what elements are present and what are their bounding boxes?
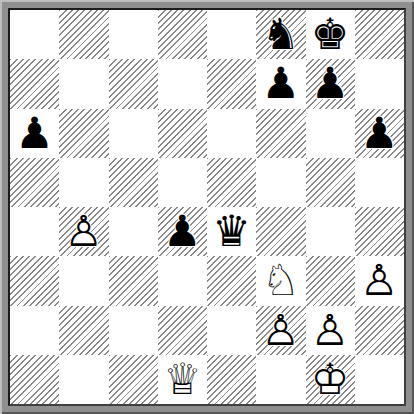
square-h5[interactable] <box>355 158 404 207</box>
square-f3[interactable]: ♞♘ <box>256 256 305 305</box>
square-d4[interactable]: ♟ <box>158 207 207 256</box>
piece-black-queen-e4[interactable]: ♛ <box>207 207 256 256</box>
piece-black-pawn-f7[interactable]: ♟ <box>256 59 305 108</box>
piece-black-pawn-g7[interactable]: ♟ <box>306 59 355 108</box>
board-inner-border: ♞♚♟♟♟♟♟♙♟♛♞♘♟♙♟♙♟♙♛♕♚♔ <box>8 8 406 406</box>
square-f5[interactable] <box>256 158 305 207</box>
square-c2[interactable] <box>109 306 158 355</box>
square-a7[interactable] <box>10 59 59 108</box>
square-h4[interactable] <box>355 207 404 256</box>
square-b6[interactable] <box>59 109 108 158</box>
square-a8[interactable] <box>10 10 59 59</box>
square-b3[interactable] <box>59 256 108 305</box>
square-h7[interactable] <box>355 59 404 108</box>
square-a3[interactable] <box>10 256 59 305</box>
square-a6[interactable]: ♟ <box>10 109 59 158</box>
board-frame: ♞♚♟♟♟♟♟♙♟♛♞♘♟♙♟♙♟♙♛♕♚♔ <box>0 0 414 414</box>
square-c3[interactable] <box>109 256 158 305</box>
piece-white-queen-d1[interactable]: ♕ <box>158 355 207 404</box>
square-g4[interactable] <box>306 207 355 256</box>
square-g6[interactable] <box>306 109 355 158</box>
square-c1[interactable] <box>109 355 158 404</box>
square-e2[interactable] <box>207 306 256 355</box>
square-c5[interactable] <box>109 158 158 207</box>
square-e6[interactable] <box>207 109 256 158</box>
square-h2[interactable] <box>355 306 404 355</box>
piece-black-pawn-h6[interactable]: ♟ <box>355 109 404 158</box>
square-d6[interactable] <box>158 109 207 158</box>
piece-white-pawn-f2[interactable]: ♙ <box>256 306 305 355</box>
square-d3[interactable] <box>158 256 207 305</box>
piece-white-pawn-h3[interactable]: ♙ <box>355 256 404 305</box>
square-h3[interactable]: ♟♙ <box>355 256 404 305</box>
square-a5[interactable] <box>10 158 59 207</box>
square-a2[interactable] <box>10 306 59 355</box>
square-d7[interactable] <box>158 59 207 108</box>
chess-board: ♞♚♟♟♟♟♟♙♟♛♞♘♟♙♟♙♟♙♛♕♚♔ <box>10 10 404 404</box>
piece-white-pawn-g2[interactable]: ♙ <box>306 306 355 355</box>
piece-black-knight-f8[interactable]: ♞ <box>256 10 305 59</box>
square-f6[interactable] <box>256 109 305 158</box>
square-b4[interactable]: ♟♙ <box>59 207 108 256</box>
piece-white-knight-f3[interactable]: ♘ <box>256 256 305 305</box>
square-f8[interactable]: ♞ <box>256 10 305 59</box>
square-f1[interactable] <box>256 355 305 404</box>
square-e4[interactable]: ♛ <box>207 207 256 256</box>
square-e1[interactable] <box>207 355 256 404</box>
square-c6[interactable] <box>109 109 158 158</box>
square-b5[interactable] <box>59 158 108 207</box>
square-g2[interactable]: ♟♙ <box>306 306 355 355</box>
square-a1[interactable] <box>10 355 59 404</box>
piece-white-pawn-b4[interactable]: ♙ <box>59 207 108 256</box>
square-f7[interactable]: ♟ <box>256 59 305 108</box>
square-g5[interactable] <box>306 158 355 207</box>
square-g7[interactable]: ♟ <box>306 59 355 108</box>
square-c7[interactable] <box>109 59 158 108</box>
square-h6[interactable]: ♟ <box>355 109 404 158</box>
square-c4[interactable] <box>109 207 158 256</box>
square-h1[interactable] <box>355 355 404 404</box>
square-a4[interactable] <box>10 207 59 256</box>
square-f2[interactable]: ♟♙ <box>256 306 305 355</box>
square-b2[interactable] <box>59 306 108 355</box>
square-d8[interactable] <box>158 10 207 59</box>
square-b7[interactable] <box>59 59 108 108</box>
square-b1[interactable] <box>59 355 108 404</box>
square-b8[interactable] <box>59 10 108 59</box>
square-e8[interactable] <box>207 10 256 59</box>
square-h8[interactable] <box>355 10 404 59</box>
piece-black-pawn-d4[interactable]: ♟ <box>158 207 207 256</box>
square-e7[interactable] <box>207 59 256 108</box>
square-d1[interactable]: ♛♕ <box>158 355 207 404</box>
square-g1[interactable]: ♚♔ <box>306 355 355 404</box>
square-c8[interactable] <box>109 10 158 59</box>
square-g3[interactable] <box>306 256 355 305</box>
square-f4[interactable] <box>256 207 305 256</box>
square-g8[interactable]: ♚ <box>306 10 355 59</box>
piece-black-king-g8[interactable]: ♚ <box>306 10 355 59</box>
piece-black-pawn-a6[interactable]: ♟ <box>10 109 59 158</box>
piece-white-king-g1[interactable]: ♔ <box>306 355 355 404</box>
square-d2[interactable] <box>158 306 207 355</box>
square-e3[interactable] <box>207 256 256 305</box>
square-d5[interactable] <box>158 158 207 207</box>
square-e5[interactable] <box>207 158 256 207</box>
